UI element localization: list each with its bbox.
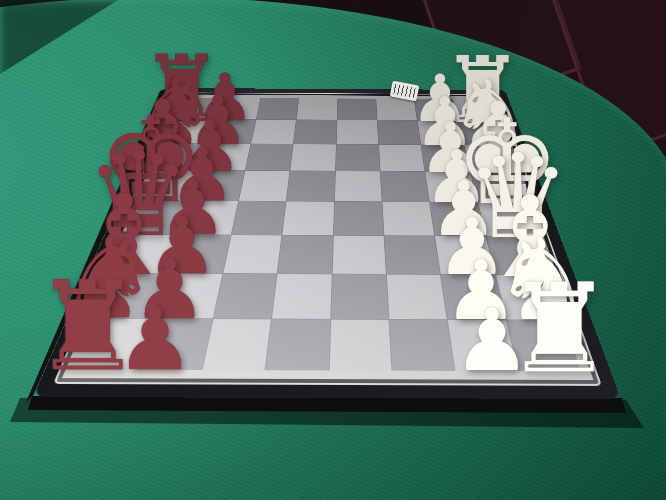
piece-white-rook-a1[interactable]: ♜ [504, 268, 614, 391]
pieces-layer: ♜♟♟♜♞♟♟♞♝♟♟♝♚♟♟♚♛♟♟♛♝♟♟♝♞♟♟♞♜♟♟♜ [0, 0, 666, 500]
piece-red-pawn-a7[interactable]: ♟ [116, 296, 194, 383]
scene: ♜♟♟♜♞♟♟♞♝♟♟♝♚♟♟♚♛♟♟♛♝♟♟♝♞♟♟♞♜♟♟♜ [0, 0, 666, 500]
